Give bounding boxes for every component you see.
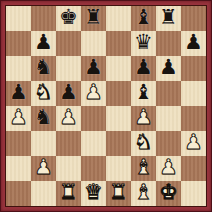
square-g6[interactable]: ♟ — [156, 56, 181, 81]
black-pawn-b7[interactable]: ♟ — [34, 32, 53, 53]
square-e6[interactable] — [106, 56, 131, 81]
square-f1[interactable]: ♝ — [131, 181, 156, 206]
white-knight-b5[interactable]: ♞ — [34, 82, 53, 103]
white-rook-e1[interactable]: ♜ — [109, 182, 128, 203]
square-g5[interactable] — [156, 81, 181, 106]
square-g2[interactable]: ♟ — [156, 156, 181, 181]
square-e2[interactable] — [106, 156, 131, 181]
square-h8[interactable] — [181, 6, 206, 31]
square-c2[interactable] — [56, 156, 81, 181]
black-bishop-f8[interactable]: ♝ — [134, 7, 153, 28]
white-rook-c1[interactable]: ♜ — [59, 182, 78, 203]
square-c8[interactable]: ♚ — [56, 6, 81, 31]
square-f3[interactable]: ♞ — [131, 131, 156, 156]
white-pawn-b2[interactable]: ♟ — [34, 157, 53, 178]
white-pawn-d5[interactable]: ♟ — [84, 82, 103, 103]
white-pawn-c4[interactable]: ♟ — [59, 107, 78, 128]
square-e3[interactable] — [106, 131, 131, 156]
square-g7[interactable] — [156, 31, 181, 56]
white-king-g1[interactable]: ♚ — [159, 182, 178, 203]
white-pawn-f4[interactable]: ♟ — [134, 107, 153, 128]
square-f6[interactable]: ♟ — [131, 56, 156, 81]
square-a1[interactable] — [6, 181, 31, 206]
black-pawn-d6[interactable]: ♟ — [84, 57, 103, 78]
board-border: ♚♜♝♜♟♛♟♞♟♟♟♟♞♟♟♝♟♞♟♟♞♟♟♝♟♜♛♜♝♚ — [5, 5, 207, 207]
chess-board: ♚♜♝♜♟♛♟♞♟♟♟♟♞♟♟♝♟♞♟♟♞♟♟♝♟♜♛♜♝♚ — [6, 6, 206, 206]
square-d1[interactable]: ♛ — [81, 181, 106, 206]
black-pawn-h7[interactable]: ♟ — [184, 32, 203, 53]
square-h4[interactable] — [181, 106, 206, 131]
square-g1[interactable]: ♚ — [156, 181, 181, 206]
white-pawn-h3[interactable]: ♟ — [184, 132, 203, 153]
square-c5[interactable]: ♟ — [56, 81, 81, 106]
square-f8[interactable]: ♝ — [131, 6, 156, 31]
square-c1[interactable]: ♜ — [56, 181, 81, 206]
black-rook-g8[interactable]: ♜ — [159, 7, 178, 28]
square-e8[interactable] — [106, 6, 131, 31]
black-bishop-f5[interactable]: ♝ — [134, 82, 153, 103]
black-pawn-f6[interactable]: ♟ — [134, 57, 153, 78]
white-pawn-a4[interactable]: ♟ — [9, 107, 28, 128]
square-b8[interactable] — [31, 6, 56, 31]
black-pawn-a5[interactable]: ♟ — [9, 82, 28, 103]
square-b4[interactable]: ♞ — [31, 106, 56, 131]
black-king-c8[interactable]: ♚ — [59, 7, 78, 28]
square-a2[interactable] — [6, 156, 31, 181]
square-d2[interactable] — [81, 156, 106, 181]
square-h2[interactable] — [181, 156, 206, 181]
square-d4[interactable] — [81, 106, 106, 131]
square-e5[interactable] — [106, 81, 131, 106]
square-d3[interactable] — [81, 131, 106, 156]
square-b2[interactable]: ♟ — [31, 156, 56, 181]
white-pawn-g2[interactable]: ♟ — [159, 157, 178, 178]
square-f5[interactable]: ♝ — [131, 81, 156, 106]
square-c6[interactable] — [56, 56, 81, 81]
black-queen-f7[interactable]: ♛ — [134, 32, 153, 53]
square-h7[interactable]: ♟ — [181, 31, 206, 56]
square-b7[interactable]: ♟ — [31, 31, 56, 56]
square-c3[interactable] — [56, 131, 81, 156]
square-e4[interactable] — [106, 106, 131, 131]
square-a3[interactable] — [6, 131, 31, 156]
square-h3[interactable]: ♟ — [181, 131, 206, 156]
black-pawn-c5[interactable]: ♟ — [59, 82, 78, 103]
square-g3[interactable] — [156, 131, 181, 156]
white-bishop-f2[interactable]: ♝ — [134, 157, 153, 178]
white-bishop-f1[interactable]: ♝ — [134, 182, 153, 203]
square-f4[interactable]: ♟ — [131, 106, 156, 131]
square-a4[interactable]: ♟ — [6, 106, 31, 131]
square-e1[interactable]: ♜ — [106, 181, 131, 206]
square-a7[interactable] — [6, 31, 31, 56]
square-d5[interactable]: ♟ — [81, 81, 106, 106]
square-e7[interactable] — [106, 31, 131, 56]
square-c4[interactable]: ♟ — [56, 106, 81, 131]
square-d7[interactable] — [81, 31, 106, 56]
black-pawn-g6[interactable]: ♟ — [159, 57, 178, 78]
square-h6[interactable] — [181, 56, 206, 81]
board-frame: ♚♜♝♜♟♛♟♞♟♟♟♟♞♟♟♝♟♞♟♟♞♟♟♝♟♜♛♜♝♚ — [0, 0, 212, 212]
square-g8[interactable]: ♜ — [156, 6, 181, 31]
square-b5[interactable]: ♞ — [31, 81, 56, 106]
black-knight-b6[interactable]: ♞ — [34, 57, 53, 78]
square-b6[interactable]: ♞ — [31, 56, 56, 81]
white-knight-f3[interactable]: ♞ — [134, 132, 153, 153]
square-d6[interactable]: ♟ — [81, 56, 106, 81]
square-g4[interactable] — [156, 106, 181, 131]
square-d8[interactable]: ♜ — [81, 6, 106, 31]
square-a5[interactable]: ♟ — [6, 81, 31, 106]
black-rook-d8[interactable]: ♜ — [84, 7, 103, 28]
square-a8[interactable] — [6, 6, 31, 31]
square-c7[interactable] — [56, 31, 81, 56]
square-a6[interactable] — [6, 56, 31, 81]
square-f2[interactable]: ♝ — [131, 156, 156, 181]
black-knight-b4[interactable]: ♞ — [34, 107, 53, 128]
square-h1[interactable] — [181, 181, 206, 206]
square-f7[interactable]: ♛ — [131, 31, 156, 56]
white-queen-d1[interactable]: ♛ — [84, 182, 103, 203]
square-b1[interactable] — [31, 181, 56, 206]
square-b3[interactable] — [31, 131, 56, 156]
square-h5[interactable] — [181, 81, 206, 106]
